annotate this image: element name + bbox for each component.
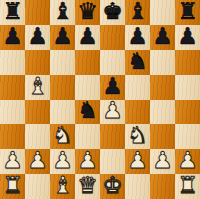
square-b8[interactable]: [25, 0, 50, 25]
square-e4[interactable]: ♟: [100, 100, 125, 125]
square-f6[interactable]: ♞: [125, 50, 150, 75]
square-a7[interactable]: ♟: [0, 25, 25, 50]
square-a2[interactable]: ♟: [0, 149, 25, 174]
square-f8[interactable]: ♝: [125, 0, 150, 25]
square-b7[interactable]: ♟: [25, 25, 50, 50]
square-c8[interactable]: ♝: [50, 0, 75, 25]
black-bishop[interactable]: ♝: [127, 0, 148, 23]
square-c4[interactable]: [50, 100, 75, 125]
square-h7[interactable]: ♟: [175, 25, 200, 50]
black-rook[interactable]: ♜: [2, 0, 23, 23]
square-d2[interactable]: ♟: [75, 149, 100, 174]
square-c3[interactable]: ♞: [50, 124, 75, 149]
square-e3[interactable]: [100, 124, 125, 149]
black-pawn[interactable]: ♟: [102, 75, 123, 98]
white-queen[interactable]: ♛: [77, 174, 98, 197]
square-g2[interactable]: ♟: [150, 149, 175, 174]
white-bishop[interactable]: ♝: [27, 75, 48, 98]
square-d6[interactable]: [75, 50, 100, 75]
square-a5[interactable]: [0, 75, 25, 100]
white-pawn[interactable]: ♟: [152, 149, 173, 172]
square-f3[interactable]: ♞: [125, 124, 150, 149]
square-c6[interactable]: [50, 50, 75, 75]
square-d3[interactable]: [75, 124, 100, 149]
square-h4[interactable]: [175, 100, 200, 125]
square-d8[interactable]: ♛: [75, 0, 100, 25]
black-pawn[interactable]: ♟: [77, 25, 98, 48]
square-a3[interactable]: [0, 124, 25, 149]
square-b4[interactable]: [25, 100, 50, 125]
square-g1[interactable]: [150, 174, 175, 199]
square-d7[interactable]: ♟: [75, 25, 100, 50]
square-h1[interactable]: ♜: [175, 174, 200, 199]
square-d4[interactable]: ♞: [75, 100, 100, 125]
square-b3[interactable]: [25, 124, 50, 149]
white-knight[interactable]: ♞: [127, 124, 148, 147]
white-knight[interactable]: ♞: [52, 124, 73, 147]
white-pawn[interactable]: ♟: [2, 149, 23, 172]
chess-board: ♜♝♛♚♝♜♟♟♟♟♟♟♟♞♝♟♞♟♞♞♟♟♟♟♟♟♟♜♝♛♚♜: [0, 0, 200, 199]
black-rook[interactable]: ♜: [177, 0, 198, 23]
square-f7[interactable]: ♟: [125, 25, 150, 50]
square-e8[interactable]: ♚: [100, 0, 125, 25]
square-e7[interactable]: [100, 25, 125, 50]
square-d5[interactable]: [75, 75, 100, 100]
black-knight[interactable]: ♞: [127, 50, 148, 73]
square-g8[interactable]: [150, 0, 175, 25]
white-rook[interactable]: ♜: [177, 174, 198, 197]
white-bishop[interactable]: ♝: [52, 174, 73, 197]
square-h8[interactable]: ♜: [175, 0, 200, 25]
square-g5[interactable]: [150, 75, 175, 100]
black-knight[interactable]: ♞: [77, 100, 98, 123]
square-h2[interactable]: ♟: [175, 149, 200, 174]
square-c7[interactable]: ♟: [50, 25, 75, 50]
black-king[interactable]: ♚: [102, 0, 123, 23]
white-rook[interactable]: ♜: [2, 174, 23, 197]
square-h5[interactable]: [175, 75, 200, 100]
black-queen[interactable]: ♛: [77, 0, 98, 23]
square-e6[interactable]: [100, 50, 125, 75]
square-f2[interactable]: ♟: [125, 149, 150, 174]
white-pawn[interactable]: ♟: [27, 149, 48, 172]
square-e1[interactable]: ♚: [100, 174, 125, 199]
square-c1[interactable]: ♝: [50, 174, 75, 199]
square-c5[interactable]: [50, 75, 75, 100]
square-g7[interactable]: ♟: [150, 25, 175, 50]
white-pawn[interactable]: ♟: [77, 149, 98, 172]
square-b5[interactable]: ♝: [25, 75, 50, 100]
square-g6[interactable]: [150, 50, 175, 75]
square-d1[interactable]: ♛: [75, 174, 100, 199]
black-bishop[interactable]: ♝: [52, 0, 73, 23]
square-b2[interactable]: ♟: [25, 149, 50, 174]
square-e5[interactable]: ♟: [100, 75, 125, 100]
square-a4[interactable]: [0, 100, 25, 125]
square-a6[interactable]: [0, 50, 25, 75]
black-pawn[interactable]: ♟: [177, 25, 198, 48]
square-f4[interactable]: [125, 100, 150, 125]
square-g3[interactable]: [150, 124, 175, 149]
black-pawn[interactable]: ♟: [127, 25, 148, 48]
square-b1[interactable]: [25, 174, 50, 199]
black-pawn[interactable]: ♟: [52, 25, 73, 48]
square-g4[interactable]: [150, 100, 175, 125]
white-pawn[interactable]: ♟: [127, 149, 148, 172]
square-e2[interactable]: [100, 149, 125, 174]
white-pawn[interactable]: ♟: [177, 149, 198, 172]
square-c2[interactable]: ♟: [50, 149, 75, 174]
white-king[interactable]: ♚: [102, 174, 123, 197]
black-pawn[interactable]: ♟: [27, 25, 48, 48]
square-a1[interactable]: ♜: [0, 174, 25, 199]
square-f5[interactable]: [125, 75, 150, 100]
square-h3[interactable]: [175, 124, 200, 149]
square-a8[interactable]: ♜: [0, 0, 25, 25]
white-pawn[interactable]: ♟: [102, 100, 123, 123]
square-f1[interactable]: [125, 174, 150, 199]
square-h6[interactable]: [175, 50, 200, 75]
black-pawn[interactable]: ♟: [2, 25, 23, 48]
white-pawn[interactable]: ♟: [52, 149, 73, 172]
square-b6[interactable]: [25, 50, 50, 75]
black-pawn[interactable]: ♟: [152, 25, 173, 48]
